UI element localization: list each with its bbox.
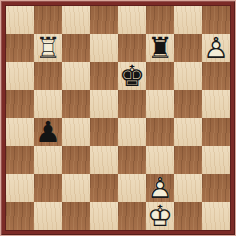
square-h4[interactable] (202, 118, 230, 146)
square-b7[interactable]: ♜♖ (34, 34, 62, 62)
square-f1[interactable]: ♚♔ (146, 202, 174, 230)
square-f4[interactable] (146, 118, 174, 146)
square-h3[interactable] (202, 146, 230, 174)
square-a6[interactable] (6, 62, 34, 90)
square-g8[interactable] (174, 6, 202, 34)
square-a8[interactable] (6, 6, 34, 34)
square-h2[interactable] (202, 174, 230, 202)
square-b2[interactable] (34, 174, 62, 202)
square-f6[interactable] (146, 62, 174, 90)
square-f3[interactable] (146, 146, 174, 174)
square-f5[interactable] (146, 90, 174, 118)
square-b5[interactable] (34, 90, 62, 118)
square-a2[interactable] (6, 174, 34, 202)
black-pawn-icon: ♟ (34, 118, 62, 146)
square-f7[interactable]: ♜ (146, 34, 174, 62)
square-b4[interactable]: ♟ (34, 118, 62, 146)
square-d7[interactable] (90, 34, 118, 62)
chess-board: ♜♖♜♟♙♚♟♟♙♚♔ (6, 6, 230, 230)
white-pawn-outline-icon: ♙ (202, 34, 230, 62)
square-e5[interactable] (118, 90, 146, 118)
square-e6[interactable]: ♚ (118, 62, 146, 90)
square-h5[interactable] (202, 90, 230, 118)
square-a7[interactable] (6, 34, 34, 62)
square-c8[interactable] (62, 6, 90, 34)
white-rook-outline-icon: ♖ (34, 34, 62, 62)
square-e7[interactable] (118, 34, 146, 62)
square-c2[interactable] (62, 174, 90, 202)
square-d4[interactable] (90, 118, 118, 146)
square-d5[interactable] (90, 90, 118, 118)
square-d8[interactable] (90, 6, 118, 34)
square-e1[interactable] (118, 202, 146, 230)
square-d6[interactable] (90, 62, 118, 90)
square-g4[interactable] (174, 118, 202, 146)
square-e4[interactable] (118, 118, 146, 146)
square-e8[interactable] (118, 6, 146, 34)
chess-board-frame: ♜♖♜♟♙♚♟♟♙♚♔ (0, 0, 236, 236)
square-g3[interactable] (174, 146, 202, 174)
square-g7[interactable] (174, 34, 202, 62)
square-c5[interactable] (62, 90, 90, 118)
white-king-outline-icon: ♔ (146, 202, 174, 230)
square-c4[interactable] (62, 118, 90, 146)
square-b1[interactable] (34, 202, 62, 230)
square-d3[interactable] (90, 146, 118, 174)
square-g6[interactable] (174, 62, 202, 90)
square-f8[interactable] (146, 6, 174, 34)
black-rook-icon: ♜ (146, 34, 174, 62)
square-a3[interactable] (6, 146, 34, 174)
square-g5[interactable] (174, 90, 202, 118)
square-h8[interactable] (202, 6, 230, 34)
square-c6[interactable] (62, 62, 90, 90)
square-c1[interactable] (62, 202, 90, 230)
white-pawn-outline-icon: ♙ (146, 174, 174, 202)
square-g1[interactable] (174, 202, 202, 230)
square-c7[interactable] (62, 34, 90, 62)
white-rook-icon: ♜ (34, 34, 62, 62)
square-b3[interactable] (34, 146, 62, 174)
black-king-icon: ♚ (118, 62, 146, 90)
square-a5[interactable] (6, 90, 34, 118)
square-a1[interactable] (6, 202, 34, 230)
square-c3[interactable] (62, 146, 90, 174)
square-b6[interactable] (34, 62, 62, 90)
square-h7[interactable]: ♟♙ (202, 34, 230, 62)
white-king-icon: ♚ (146, 202, 174, 230)
square-e3[interactable] (118, 146, 146, 174)
square-a4[interactable] (6, 118, 34, 146)
square-e2[interactable] (118, 174, 146, 202)
square-d1[interactable] (90, 202, 118, 230)
white-pawn-icon: ♟ (202, 34, 230, 62)
white-pawn-icon: ♟ (146, 174, 174, 202)
square-d2[interactable] (90, 174, 118, 202)
square-f2[interactable]: ♟♙ (146, 174, 174, 202)
square-g2[interactable] (174, 174, 202, 202)
square-h6[interactable] (202, 62, 230, 90)
square-b8[interactable] (34, 6, 62, 34)
square-h1[interactable] (202, 202, 230, 230)
